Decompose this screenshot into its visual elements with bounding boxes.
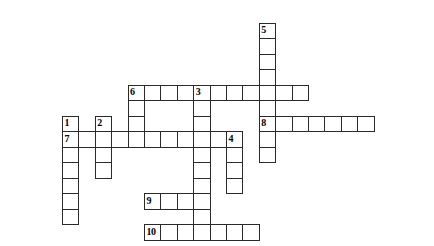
crossword-cell[interactable] <box>308 116 325 133</box>
crossword-board: 56312874910 <box>0 0 434 246</box>
clue-number: 9 <box>147 196 152 206</box>
crossword-cell[interactable] <box>111 131 128 148</box>
crossword-cell[interactable] <box>259 100 276 117</box>
clue-number: 10 <box>147 227 156 237</box>
crossword-cell[interactable] <box>160 131 177 148</box>
clue-number: 4 <box>229 134 234 144</box>
crossword-cell[interactable] <box>226 178 243 195</box>
clue-number: 8 <box>261 118 266 128</box>
clue-number: 2 <box>97 118 102 128</box>
crossword-cell[interactable] <box>259 54 276 71</box>
crossword-cell[interactable] <box>210 85 227 102</box>
crossword-cell[interactable] <box>341 116 358 133</box>
crossword-cell[interactable] <box>62 193 79 210</box>
crossword-cell[interactable] <box>95 147 112 164</box>
crossword-cell[interactable] <box>292 85 309 102</box>
crossword-cell[interactable] <box>62 162 79 179</box>
crossword-cell[interactable] <box>193 162 210 179</box>
crossword-cell[interactable] <box>292 116 309 133</box>
crossword-cell[interactable] <box>177 193 194 210</box>
crossword-cell[interactable] <box>128 116 145 133</box>
crossword-cell[interactable] <box>210 224 227 241</box>
crossword-cell[interactable] <box>193 147 210 164</box>
clue-number: 6 <box>130 87 135 97</box>
crossword-cell[interactable] <box>160 224 177 241</box>
crossword-cell[interactable] <box>226 162 243 179</box>
crossword-cell[interactable] <box>259 69 276 86</box>
crossword-cell[interactable] <box>226 85 243 102</box>
crossword-cell[interactable] <box>144 131 161 148</box>
crossword-cell[interactable] <box>324 116 341 133</box>
crossword-cell[interactable] <box>128 131 145 148</box>
clue-number: 5 <box>261 25 266 35</box>
crossword-cell[interactable] <box>259 147 276 164</box>
crossword-page: 56312874910 <box>0 0 434 246</box>
crossword-cell[interactable] <box>259 131 276 148</box>
crossword-cell[interactable] <box>62 178 79 195</box>
crossword-cell[interactable] <box>62 209 79 226</box>
crossword-cell[interactable] <box>210 131 227 148</box>
crossword-cell[interactable] <box>193 193 210 210</box>
crossword-cell[interactable] <box>177 131 194 148</box>
crossword-cell[interactable] <box>193 224 210 241</box>
crossword-cell[interactable] <box>242 85 259 102</box>
crossword-cell[interactable] <box>193 178 210 195</box>
crossword-cell[interactable] <box>259 38 276 55</box>
crossword-cell[interactable] <box>128 100 145 117</box>
crossword-cell[interactable] <box>160 85 177 102</box>
crossword-cell[interactable] <box>95 162 112 179</box>
crossword-cell[interactable] <box>193 209 210 226</box>
crossword-cell[interactable] <box>275 85 292 102</box>
crossword-cell[interactable] <box>177 85 194 102</box>
crossword-cell[interactable] <box>62 147 79 164</box>
crossword-cell[interactable] <box>144 85 161 102</box>
clue-number: 1 <box>65 118 70 128</box>
crossword-cell[interactable] <box>226 224 243 241</box>
crossword-cell[interactable] <box>177 224 194 241</box>
clue-number: 7 <box>65 134 70 144</box>
crossword-cell[interactable] <box>193 100 210 117</box>
crossword-cell[interactable] <box>259 85 276 102</box>
crossword-cell[interactable] <box>95 131 112 148</box>
crossword-cell[interactable] <box>193 131 210 148</box>
crossword-cell[interactable] <box>193 116 210 133</box>
crossword-cell[interactable] <box>357 116 374 133</box>
crossword-cell[interactable] <box>160 193 177 210</box>
crossword-cell[interactable] <box>78 131 95 148</box>
crossword-cell[interactable] <box>242 224 259 241</box>
crossword-cell[interactable] <box>275 116 292 133</box>
crossword-cell[interactable] <box>226 147 243 164</box>
clue-number: 3 <box>196 87 201 97</box>
